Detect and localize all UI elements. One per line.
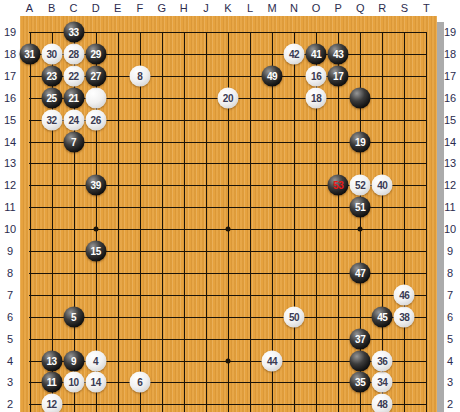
col-label-R: R xyxy=(378,2,386,14)
row-label-right-19: 19 xyxy=(444,26,456,38)
stone-D16 xyxy=(85,87,106,108)
stone-D15: 26 xyxy=(85,109,106,130)
stone-P17: 17 xyxy=(328,65,349,86)
row-label-right-12: 12 xyxy=(444,179,456,191)
star-point-K4 xyxy=(225,358,230,363)
row-label-left-7: 7 xyxy=(7,289,13,301)
row-label-right-18: 18 xyxy=(444,48,456,60)
stone-M17: 49 xyxy=(262,65,283,86)
stone-B4: 13 xyxy=(41,350,62,371)
row-label-right-15: 15 xyxy=(444,114,456,126)
stone-Q16 xyxy=(350,87,371,108)
stone-C15: 24 xyxy=(63,109,84,130)
stone-P12: 53 xyxy=(328,175,349,196)
stone-C17: 22 xyxy=(63,65,84,86)
stone-P18: 43 xyxy=(328,43,349,64)
stone-D17: 27 xyxy=(85,65,106,86)
stone-M4: 44 xyxy=(262,350,283,371)
grid-line-col-P xyxy=(338,32,339,412)
col-label-T: T xyxy=(423,2,430,14)
grid-line-col-L xyxy=(250,32,251,412)
stone-C16: 21 xyxy=(63,87,84,108)
row-label-right-6: 6 xyxy=(447,311,453,323)
col-label-J: J xyxy=(203,2,209,14)
stone-A18: 31 xyxy=(19,43,40,64)
col-label-N: N xyxy=(290,2,298,14)
grid-line-col-E xyxy=(118,32,119,412)
col-label-B: B xyxy=(48,2,55,14)
row-label-left-19: 19 xyxy=(4,26,16,38)
stone-C14: 7 xyxy=(63,131,84,152)
stone-Q5: 37 xyxy=(350,328,371,349)
stone-C6: 5 xyxy=(63,306,84,327)
row-label-right-3: 3 xyxy=(447,376,453,388)
row-label-right-4: 4 xyxy=(447,355,453,367)
stone-Q4 xyxy=(350,350,371,371)
stone-B15: 32 xyxy=(41,109,62,130)
stone-B17: 23 xyxy=(41,65,62,86)
star-point-D10 xyxy=(93,227,98,232)
col-label-L: L xyxy=(247,2,253,14)
row-label-right-13: 13 xyxy=(444,157,456,169)
stone-D3: 14 xyxy=(85,372,106,393)
row-label-right-8: 8 xyxy=(447,267,453,279)
grid-line-col-H xyxy=(184,32,185,412)
row-label-left-15: 15 xyxy=(4,114,16,126)
col-label-M: M xyxy=(267,2,276,14)
stone-N18: 42 xyxy=(284,43,305,64)
grid-line-col-J xyxy=(206,32,207,412)
row-label-left-5: 5 xyxy=(7,333,13,345)
stone-R4: 36 xyxy=(372,350,393,371)
grid-line-row-19 xyxy=(29,32,427,33)
row-label-right-2: 2 xyxy=(447,398,453,410)
grid-line-col-A xyxy=(30,32,31,412)
stone-C3: 10 xyxy=(63,372,84,393)
col-label-D: D xyxy=(92,2,100,14)
col-label-O: O xyxy=(312,2,321,14)
row-label-left-17: 17 xyxy=(4,70,16,82)
row-label-left-3: 3 xyxy=(7,376,13,388)
row-label-left-4: 4 xyxy=(7,355,13,367)
stone-B18: 30 xyxy=(41,43,62,64)
row-label-left-11: 11 xyxy=(4,201,15,213)
col-label-H: H xyxy=(180,2,188,14)
stone-F17: 8 xyxy=(129,65,150,86)
row-label-right-5: 5 xyxy=(447,333,453,345)
stone-Q8: 47 xyxy=(350,262,371,283)
row-label-right-14: 14 xyxy=(444,136,456,148)
go-board-diagram: ABCDEFGHJKLMNOPQRST191918181717161615151… xyxy=(0,0,460,412)
stone-Q3: 35 xyxy=(350,372,371,393)
stone-R12: 40 xyxy=(372,175,393,196)
stone-D4: 4 xyxy=(85,350,106,371)
stone-B3: 11 xyxy=(41,372,62,393)
stone-B2: 12 xyxy=(41,394,62,412)
stone-D9: 15 xyxy=(85,241,106,262)
stone-B16: 25 xyxy=(41,87,62,108)
row-label-right-10: 10 xyxy=(444,223,456,235)
row-label-left-16: 16 xyxy=(4,92,16,104)
star-point-K10 xyxy=(225,227,230,232)
col-label-K: K xyxy=(224,2,231,14)
grid-line-col-T xyxy=(426,32,427,412)
stone-F3: 6 xyxy=(129,372,150,393)
row-label-left-6: 6 xyxy=(7,311,13,323)
grid-line-row-7 xyxy=(29,295,427,296)
row-label-left-10: 10 xyxy=(4,223,16,235)
row-label-right-17: 17 xyxy=(444,70,456,82)
stone-D12: 39 xyxy=(85,175,106,196)
grid-line-col-F xyxy=(140,32,141,412)
stone-R6: 45 xyxy=(372,306,393,327)
row-label-left-2: 2 xyxy=(7,398,13,410)
row-label-left-14: 14 xyxy=(4,136,16,148)
stone-N6: 50 xyxy=(284,306,305,327)
grid-line-row-2 xyxy=(29,404,427,405)
star-point-Q10 xyxy=(358,227,363,232)
stone-Q11: 51 xyxy=(350,197,371,218)
row-label-right-9: 9 xyxy=(447,245,453,257)
row-label-left-18: 18 xyxy=(4,48,16,60)
stone-C19: 33 xyxy=(63,22,84,43)
grid-line-col-N xyxy=(294,32,295,412)
col-label-E: E xyxy=(114,2,121,14)
stone-O16: 18 xyxy=(306,87,327,108)
col-label-F: F xyxy=(136,2,143,14)
stone-S6: 38 xyxy=(394,306,415,327)
stone-K16: 20 xyxy=(217,87,238,108)
row-label-left-9: 9 xyxy=(7,245,13,257)
row-label-left-8: 8 xyxy=(7,267,13,279)
stone-D18: 29 xyxy=(85,43,106,64)
row-label-right-7: 7 xyxy=(447,289,453,301)
stone-R2: 48 xyxy=(372,394,393,412)
stone-S7: 46 xyxy=(394,284,415,305)
stone-C4: 9 xyxy=(63,350,84,371)
grid-line-row-6 xyxy=(29,317,427,318)
col-label-Q: Q xyxy=(356,2,365,14)
stone-R3: 34 xyxy=(372,372,393,393)
row-label-right-11: 11 xyxy=(444,201,455,213)
stone-O18: 41 xyxy=(306,43,327,64)
col-label-C: C xyxy=(70,2,78,14)
col-label-P: P xyxy=(335,2,342,14)
stone-Q14: 19 xyxy=(350,131,371,152)
grid-line-col-G xyxy=(162,32,163,412)
col-label-S: S xyxy=(401,2,408,14)
stone-Q12: 52 xyxy=(350,175,371,196)
stone-C18: 28 xyxy=(63,43,84,64)
row-label-right-16: 16 xyxy=(444,92,456,104)
col-label-A: A xyxy=(26,2,33,14)
row-label-left-13: 13 xyxy=(4,157,16,169)
col-label-G: G xyxy=(158,2,167,14)
stone-O17: 16 xyxy=(306,65,327,86)
grid-line-col-S xyxy=(404,32,405,412)
row-label-left-12: 12 xyxy=(4,179,16,191)
grid-line-row-13 xyxy=(29,163,427,164)
